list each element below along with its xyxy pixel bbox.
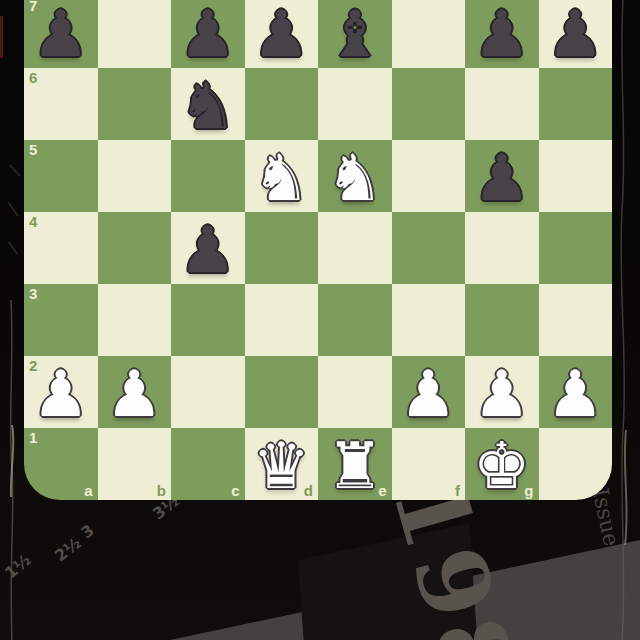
white-rook-e1[interactable]: ♜ xyxy=(326,434,383,498)
rank-label-4: 4 xyxy=(29,214,37,229)
file-label-c: c xyxy=(231,483,239,498)
square-h2[interactable]: ♟ xyxy=(539,356,613,428)
square-c7[interactable]: ♟ xyxy=(171,0,245,68)
square-a5[interactable]: 5 xyxy=(24,140,98,212)
square-c3[interactable] xyxy=(171,284,245,356)
square-e5[interactable]: ♞ xyxy=(318,140,392,212)
square-h6[interactable] xyxy=(539,68,613,140)
square-g2[interactable]: ♟ xyxy=(465,356,539,428)
white-pawn-h2[interactable]: ♟ xyxy=(547,362,604,426)
square-f7[interactable] xyxy=(392,0,466,68)
square-g6[interactable] xyxy=(465,68,539,140)
square-d5[interactable]: ♞ xyxy=(245,140,319,212)
square-h3[interactable] xyxy=(539,284,613,356)
square-d7[interactable]: ♟ xyxy=(245,0,319,68)
square-e6[interactable] xyxy=(318,68,392,140)
square-f4[interactable] xyxy=(392,212,466,284)
square-f6[interactable] xyxy=(392,68,466,140)
square-a4[interactable]: 4 xyxy=(24,212,98,284)
black-pawn-c7[interactable]: ♟ xyxy=(179,2,236,66)
square-a7[interactable]: 7♟ xyxy=(24,0,98,68)
square-e1[interactable]: e♜ xyxy=(318,428,392,500)
square-g7[interactable]: ♟ xyxy=(465,0,539,68)
square-b1[interactable]: b xyxy=(98,428,172,500)
square-e2[interactable] xyxy=(318,356,392,428)
black-pawn-g7[interactable]: ♟ xyxy=(473,2,530,66)
square-b5[interactable] xyxy=(98,140,172,212)
square-d4[interactable] xyxy=(245,212,319,284)
square-h1[interactable] xyxy=(539,428,613,500)
rank-label-3: 3 xyxy=(29,286,37,301)
square-b4[interactable] xyxy=(98,212,172,284)
square-f2[interactable]: ♟ xyxy=(392,356,466,428)
square-c1[interactable]: c xyxy=(171,428,245,500)
square-c4[interactable]: ♟ xyxy=(171,212,245,284)
square-d6[interactable] xyxy=(245,68,319,140)
square-a1[interactable]: 1a xyxy=(24,428,98,500)
square-e4[interactable] xyxy=(318,212,392,284)
file-label-f: f xyxy=(455,483,460,498)
black-pawn-h7[interactable]: ♟ xyxy=(547,2,604,66)
square-f5[interactable] xyxy=(392,140,466,212)
chess-board: 7♟♟♟♝♟♟6♞5♞♞♟4♟32♟♟♟♟♟1abcd♛e♜fg♚ xyxy=(24,0,612,500)
black-pawn-a7[interactable]: ♟ xyxy=(32,2,89,66)
square-g5[interactable]: ♟ xyxy=(465,140,539,212)
square-b2[interactable]: ♟ xyxy=(98,356,172,428)
white-pawn-b2[interactable]: ♟ xyxy=(106,362,163,426)
black-bishop-e7[interactable]: ♝ xyxy=(326,2,383,66)
phone-screen: 198 Issue 3½ 3 2½ 1½ 7♟♟♟♝♟♟6♞5♞♞♟4♟32♟♟… xyxy=(0,0,640,640)
square-e3[interactable] xyxy=(318,284,392,356)
square-g4[interactable] xyxy=(465,212,539,284)
square-c2[interactable] xyxy=(171,356,245,428)
square-f3[interactable] xyxy=(392,284,466,356)
white-king-g1[interactable]: ♚ xyxy=(473,434,530,498)
white-knight-d5[interactable]: ♞ xyxy=(253,146,310,210)
rank-label-1: 1 xyxy=(29,430,37,445)
black-knight-c6[interactable]: ♞ xyxy=(179,74,236,138)
black-pawn-d7[interactable]: ♟ xyxy=(253,2,310,66)
square-d3[interactable] xyxy=(245,284,319,356)
square-a3[interactable]: 3 xyxy=(24,284,98,356)
file-label-b: b xyxy=(157,483,166,498)
square-b6[interactable] xyxy=(98,68,172,140)
file-label-a: a xyxy=(84,483,92,498)
square-g1[interactable]: g♚ xyxy=(465,428,539,500)
white-knight-e5[interactable]: ♞ xyxy=(326,146,383,210)
square-f1[interactable]: f xyxy=(392,428,466,500)
square-h7[interactable]: ♟ xyxy=(539,0,613,68)
square-d2[interactable] xyxy=(245,356,319,428)
page-edge-mark xyxy=(0,16,3,58)
black-pawn-c4[interactable]: ♟ xyxy=(179,218,236,282)
square-d1[interactable]: d♛ xyxy=(245,428,319,500)
square-c6[interactable]: ♞ xyxy=(171,68,245,140)
square-h4[interactable] xyxy=(539,212,613,284)
square-h5[interactable] xyxy=(539,140,613,212)
square-a2[interactable]: 2♟ xyxy=(24,356,98,428)
white-queen-d1[interactable]: ♛ xyxy=(253,434,310,498)
square-b7[interactable] xyxy=(98,0,172,68)
rank-label-5: 5 xyxy=(29,142,37,157)
white-pawn-f2[interactable]: ♟ xyxy=(400,362,457,426)
black-pawn-g5[interactable]: ♟ xyxy=(473,146,530,210)
rank-label-6: 6 xyxy=(29,70,37,85)
square-c5[interactable] xyxy=(171,140,245,212)
white-pawn-g2[interactable]: ♟ xyxy=(473,362,530,426)
white-pawn-a2[interactable]: ♟ xyxy=(32,362,89,426)
square-b3[interactable] xyxy=(98,284,172,356)
square-a6[interactable]: 6 xyxy=(24,68,98,140)
square-g3[interactable] xyxy=(465,284,539,356)
square-e7[interactable]: ♝ xyxy=(318,0,392,68)
